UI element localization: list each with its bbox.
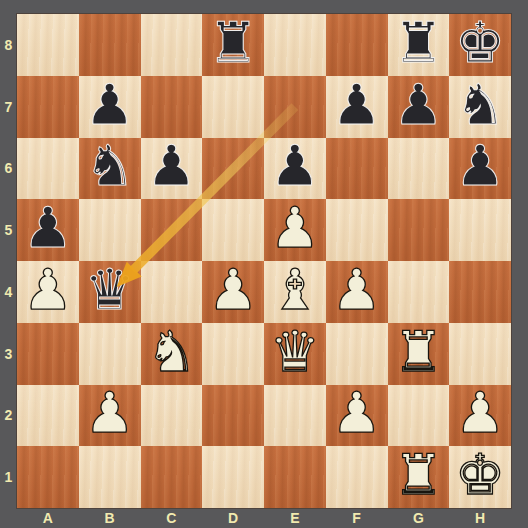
- square-e1[interactable]: [264, 446, 326, 508]
- rank-label-5: 5: [0, 199, 17, 261]
- square-b4[interactable]: ♛: [79, 261, 141, 323]
- square-d8[interactable]: ♜: [202, 14, 264, 76]
- square-f7[interactable]: ♟: [326, 76, 388, 138]
- rank-label-7: 7: [0, 76, 17, 138]
- square-c1[interactable]: [141, 446, 203, 508]
- square-g7[interactable]: ♟: [388, 76, 450, 138]
- square-c5[interactable]: [141, 199, 203, 261]
- black-pawn-g7[interactable]: ♟: [393, 77, 443, 133]
- square-f4[interactable]: ♟: [326, 261, 388, 323]
- square-h5[interactable]: [449, 199, 511, 261]
- square-b8[interactable]: [79, 14, 141, 76]
- square-b1[interactable]: [79, 446, 141, 508]
- square-f3[interactable]: [326, 323, 388, 385]
- square-h7[interactable]: ♞: [449, 76, 511, 138]
- square-e2[interactable]: [264, 385, 326, 447]
- file-label-G: G: [388, 508, 450, 528]
- square-d5[interactable]: [202, 199, 264, 261]
- square-c2[interactable]: [141, 385, 203, 447]
- square-c4[interactable]: [141, 261, 203, 323]
- square-e4[interactable]: ♝: [264, 261, 326, 323]
- rank-label-4: 4: [0, 261, 17, 323]
- square-d1[interactable]: [202, 446, 264, 508]
- white-bishop-e4[interactable]: ♝: [270, 262, 320, 318]
- square-b7[interactable]: ♟: [79, 76, 141, 138]
- file-labels: ABCDEFGH: [17, 508, 511, 528]
- square-a7[interactable]: [17, 76, 79, 138]
- black-pawn-a5[interactable]: ♟: [23, 200, 73, 256]
- square-b6[interactable]: ♞: [79, 138, 141, 200]
- square-b3[interactable]: [79, 323, 141, 385]
- square-h3[interactable]: [449, 323, 511, 385]
- square-f8[interactable]: [326, 14, 388, 76]
- square-g8[interactable]: ♜: [388, 14, 450, 76]
- white-pawn-a4[interactable]: ♟: [23, 262, 73, 318]
- square-h2[interactable]: ♟: [449, 385, 511, 447]
- file-label-H: H: [449, 508, 511, 528]
- rank-label-6: 6: [0, 138, 17, 200]
- square-a2[interactable]: [17, 385, 79, 447]
- black-pawn-c6[interactable]: ♟: [146, 138, 196, 194]
- square-f5[interactable]: [326, 199, 388, 261]
- square-d6[interactable]: [202, 138, 264, 200]
- white-knight-c3[interactable]: ♞: [146, 324, 196, 380]
- square-d3[interactable]: [202, 323, 264, 385]
- rank-labels: 87654321: [0, 14, 17, 508]
- square-f2[interactable]: ♟: [326, 385, 388, 447]
- square-e8[interactable]: [264, 14, 326, 76]
- square-e7[interactable]: [264, 76, 326, 138]
- rank-label-8: 8: [0, 14, 17, 76]
- square-f6[interactable]: [326, 138, 388, 200]
- rank-label-2: 2: [0, 385, 17, 447]
- rank-label-1: 1: [0, 446, 17, 508]
- square-a8[interactable]: [17, 14, 79, 76]
- square-d7[interactable]: [202, 76, 264, 138]
- white-king-h1[interactable]: ♚: [455, 447, 505, 503]
- black-pawn-e6[interactable]: ♟: [270, 138, 320, 194]
- square-h1[interactable]: ♚: [449, 446, 511, 508]
- black-knight-h7[interactable]: ♞: [455, 77, 505, 133]
- square-a1[interactable]: [17, 446, 79, 508]
- square-c6[interactable]: ♟: [141, 138, 203, 200]
- black-pawn-h6[interactable]: ♟: [455, 138, 505, 194]
- black-pawn-b7[interactable]: ♟: [85, 77, 135, 133]
- square-b2[interactable]: ♟: [79, 385, 141, 447]
- square-f1[interactable]: [326, 446, 388, 508]
- rank-label-3: 3: [0, 323, 17, 385]
- chess-board[interactable]: ♜♜♚♟♟♟♞♞♟♟♟♟♟♟♛♟♝♟♞♛♜♟♟♟♜♚: [17, 14, 511, 508]
- square-e6[interactable]: ♟: [264, 138, 326, 200]
- square-g2[interactable]: [388, 385, 450, 447]
- file-label-D: D: [202, 508, 264, 528]
- square-a5[interactable]: ♟: [17, 199, 79, 261]
- white-pawn-e5[interactable]: ♟: [270, 200, 320, 256]
- white-pawn-b2[interactable]: ♟: [85, 385, 135, 441]
- black-knight-b6[interactable]: ♞: [85, 138, 135, 194]
- square-a4[interactable]: ♟: [17, 261, 79, 323]
- square-e3[interactable]: ♛: [264, 323, 326, 385]
- file-label-E: E: [264, 508, 326, 528]
- square-d2[interactable]: [202, 385, 264, 447]
- square-g6[interactable]: [388, 138, 450, 200]
- file-label-A: A: [17, 508, 79, 528]
- white-pawn-f2[interactable]: ♟: [332, 385, 382, 441]
- square-g1[interactable]: ♜: [388, 446, 450, 508]
- square-a6[interactable]: [17, 138, 79, 200]
- white-rook-g3[interactable]: ♜: [393, 324, 443, 380]
- black-king-h8[interactable]: ♚: [455, 15, 505, 71]
- square-h4[interactable]: [449, 261, 511, 323]
- square-g3[interactable]: ♜: [388, 323, 450, 385]
- square-h6[interactable]: ♟: [449, 138, 511, 200]
- white-pawn-h2[interactable]: ♟: [455, 385, 505, 441]
- square-c3[interactable]: ♞: [141, 323, 203, 385]
- white-pawn-d4[interactable]: ♟: [208, 262, 258, 318]
- square-c8[interactable]: [141, 14, 203, 76]
- white-pawn-f4[interactable]: ♟: [332, 262, 382, 318]
- white-rook-g1[interactable]: ♜: [393, 447, 443, 503]
- black-queen-b4[interactable]: ♛: [85, 262, 135, 318]
- white-queen-e3[interactable]: ♛: [270, 324, 320, 380]
- file-label-B: B: [79, 508, 141, 528]
- chess-board-frame: 87654321 ♜♜♚♟♟♟♞♞♟♟♟♟♟♟♛♟♝♟♞♛♜♟♟♟♜♚ ABCD…: [0, 0, 528, 528]
- square-a3[interactable]: [17, 323, 79, 385]
- black-rook-d8[interactable]: ♜: [208, 15, 258, 71]
- square-g4[interactable]: [388, 261, 450, 323]
- square-b5[interactable]: [79, 199, 141, 261]
- file-label-C: C: [141, 508, 203, 528]
- black-pawn-f7[interactable]: ♟: [332, 77, 382, 133]
- black-rook-g8[interactable]: ♜: [393, 15, 443, 71]
- square-c7[interactable]: [141, 76, 203, 138]
- square-h8[interactable]: ♚: [449, 14, 511, 76]
- square-d4[interactable]: ♟: [202, 261, 264, 323]
- square-e5[interactable]: ♟: [264, 199, 326, 261]
- file-label-F: F: [326, 508, 388, 528]
- square-g5[interactable]: [388, 199, 450, 261]
